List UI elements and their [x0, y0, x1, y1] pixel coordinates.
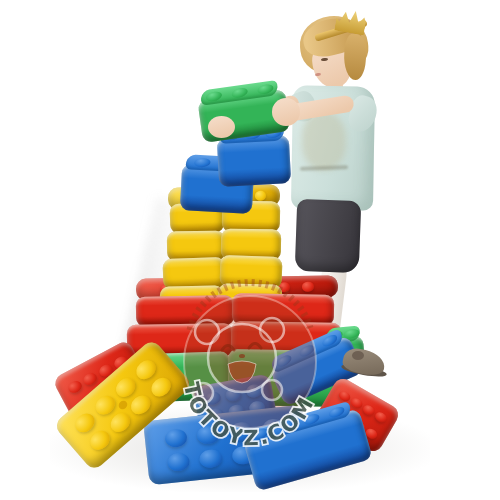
stud: [374, 411, 388, 425]
stud: [86, 426, 114, 454]
stud: [82, 371, 100, 388]
brick-red-rowA-left: [136, 295, 235, 327]
girl-shirt-print: [302, 112, 346, 170]
stud: [196, 425, 220, 446]
stud: [147, 373, 175, 401]
stud: [164, 428, 188, 449]
stud: [224, 387, 242, 403]
stud: [362, 404, 376, 418]
stud: [199, 448, 223, 469]
center-hole: [117, 399, 129, 411]
stud: [66, 379, 84, 396]
stud: [245, 383, 263, 399]
stud: [253, 427, 268, 441]
stud: [276, 353, 292, 369]
girl-shoe-bow: [352, 351, 364, 360]
stud: [257, 84, 274, 95]
stud: [255, 191, 267, 201]
stud: [279, 420, 294, 434]
stud: [204, 390, 222, 406]
girl-hand-right: [208, 116, 235, 138]
girl-hand-left: [272, 98, 300, 126]
stud: [299, 343, 315, 359]
stud: [206, 91, 223, 102]
stud: [231, 87, 248, 98]
girl-shorts: [295, 199, 361, 273]
brick-top-face: [200, 80, 279, 106]
stud: [349, 397, 363, 411]
stud: [304, 412, 319, 426]
product-photo-scene: TOTOYZ.COM: [0, 0, 500, 500]
stud: [166, 452, 190, 473]
stud: [106, 409, 134, 437]
brick-blue-top-upper: [217, 135, 291, 187]
stud: [322, 333, 338, 349]
stud: [127, 391, 155, 419]
stud: [192, 158, 211, 168]
stud: [329, 405, 344, 419]
stud: [302, 282, 314, 292]
